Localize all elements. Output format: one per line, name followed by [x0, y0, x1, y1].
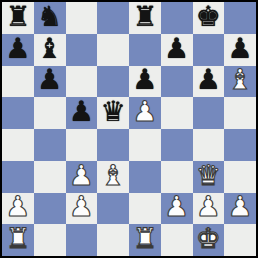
- square-c5[interactable]: ♟: [66, 97, 98, 129]
- piece-black-pawn-a7[interactable]: ♟: [5, 35, 30, 63]
- square-h8[interactable]: [224, 2, 256, 34]
- piece-white-pawn-g2[interactable]: ♟: [196, 193, 221, 221]
- piece-white-pawn-a2[interactable]: ♟: [5, 193, 30, 221]
- piece-white-queen-g3[interactable]: ♛: [196, 162, 221, 190]
- piece-black-pawn-f7[interactable]: ♟: [164, 35, 189, 63]
- piece-black-knight-b8[interactable]: ♞: [37, 3, 62, 31]
- piece-black-bishop-b7[interactable]: ♝: [37, 35, 62, 63]
- piece-black-rook-e8[interactable]: ♜: [132, 3, 157, 31]
- square-b3[interactable]: [34, 161, 66, 193]
- square-f5[interactable]: [161, 97, 193, 129]
- square-c8[interactable]: [66, 2, 98, 34]
- square-e5[interactable]: ♟: [129, 97, 161, 129]
- square-c7[interactable]: [66, 34, 98, 66]
- square-f4[interactable]: [161, 129, 193, 161]
- square-a1[interactable]: ♜: [2, 224, 34, 256]
- square-c4[interactable]: [66, 129, 98, 161]
- square-g4[interactable]: [193, 129, 225, 161]
- square-g1[interactable]: ♚: [193, 224, 225, 256]
- square-d8[interactable]: [97, 2, 129, 34]
- square-d4[interactable]: [97, 129, 129, 161]
- square-h3[interactable]: [224, 161, 256, 193]
- square-b8[interactable]: ♞: [34, 2, 66, 34]
- square-b4[interactable]: [34, 129, 66, 161]
- square-d5[interactable]: ♛: [97, 97, 129, 129]
- square-g7[interactable]: [193, 34, 225, 66]
- square-d3[interactable]: ♝: [97, 161, 129, 193]
- piece-white-bishop-d3[interactable]: ♝: [101, 162, 126, 190]
- square-g2[interactable]: ♟: [193, 193, 225, 225]
- square-h6[interactable]: ♝: [224, 66, 256, 98]
- square-a2[interactable]: ♟: [2, 193, 34, 225]
- square-h5[interactable]: [224, 97, 256, 129]
- square-e2[interactable]: [129, 193, 161, 225]
- piece-black-pawn-c5[interactable]: ♟: [69, 98, 94, 126]
- square-g3[interactable]: ♛: [193, 161, 225, 193]
- square-f7[interactable]: ♟: [161, 34, 193, 66]
- square-e3[interactable]: [129, 161, 161, 193]
- square-e8[interactable]: ♜: [129, 2, 161, 34]
- square-a7[interactable]: ♟: [2, 34, 34, 66]
- piece-white-rook-e1[interactable]: ♜: [132, 225, 157, 253]
- square-e4[interactable]: [129, 129, 161, 161]
- square-f3[interactable]: [161, 161, 193, 193]
- piece-black-pawn-b6[interactable]: ♟: [37, 66, 62, 94]
- piece-black-pawn-g6[interactable]: ♟: [196, 66, 221, 94]
- square-g6[interactable]: ♟: [193, 66, 225, 98]
- square-a4[interactable]: [2, 129, 34, 161]
- square-d1[interactable]: [97, 224, 129, 256]
- square-g8[interactable]: ♚: [193, 2, 225, 34]
- piece-black-pawn-h7[interactable]: ♟: [228, 35, 253, 63]
- square-a3[interactable]: [2, 161, 34, 193]
- square-a8[interactable]: ♜: [2, 2, 34, 34]
- piece-black-king-g8[interactable]: ♚: [196, 3, 221, 31]
- square-h4[interactable]: [224, 129, 256, 161]
- chess-board-frame: ♜♞♜♚♟♝♟♟♟♟♟♝♟♛♟♟♝♛♟♟♟♟♟♜♜♚: [0, 0, 258, 258]
- piece-white-pawn-e5[interactable]: ♟: [132, 98, 157, 126]
- square-b2[interactable]: [34, 193, 66, 225]
- square-c6[interactable]: [66, 66, 98, 98]
- square-h1[interactable]: [224, 224, 256, 256]
- square-c3[interactable]: ♟: [66, 161, 98, 193]
- square-f6[interactable]: [161, 66, 193, 98]
- square-d6[interactable]: [97, 66, 129, 98]
- piece-white-rook-a1[interactable]: ♜: [5, 225, 30, 253]
- piece-white-pawn-h2[interactable]: ♟: [228, 193, 253, 221]
- piece-white-pawn-c3[interactable]: ♟: [69, 162, 94, 190]
- square-b6[interactable]: ♟: [34, 66, 66, 98]
- square-d2[interactable]: [97, 193, 129, 225]
- piece-white-pawn-c2[interactable]: ♟: [69, 193, 94, 221]
- square-b1[interactable]: [34, 224, 66, 256]
- piece-white-bishop-h6[interactable]: ♝: [228, 66, 253, 94]
- square-h2[interactable]: ♟: [224, 193, 256, 225]
- square-h7[interactable]: ♟: [224, 34, 256, 66]
- square-b5[interactable]: [34, 97, 66, 129]
- square-b7[interactable]: ♝: [34, 34, 66, 66]
- piece-white-pawn-f2[interactable]: ♟: [164, 193, 189, 221]
- square-c2[interactable]: ♟: [66, 193, 98, 225]
- square-e6[interactable]: ♟: [129, 66, 161, 98]
- piece-black-queen-d5[interactable]: ♛: [101, 98, 126, 126]
- square-e7[interactable]: [129, 34, 161, 66]
- square-d7[interactable]: [97, 34, 129, 66]
- square-a5[interactable]: [2, 97, 34, 129]
- square-a6[interactable]: [2, 66, 34, 98]
- piece-black-pawn-e6[interactable]: ♟: [132, 66, 157, 94]
- square-g5[interactable]: [193, 97, 225, 129]
- square-f2[interactable]: ♟: [161, 193, 193, 225]
- piece-black-rook-a8[interactable]: ♜: [5, 3, 30, 31]
- square-f1[interactable]: [161, 224, 193, 256]
- square-f8[interactable]: [161, 2, 193, 34]
- square-e1[interactable]: ♜: [129, 224, 161, 256]
- square-c1[interactable]: [66, 224, 98, 256]
- chess-board: ♜♞♜♚♟♝♟♟♟♟♟♝♟♛♟♟♝♛♟♟♟♟♟♜♜♚: [2, 2, 256, 256]
- piece-white-king-g1[interactable]: ♚: [196, 225, 221, 253]
